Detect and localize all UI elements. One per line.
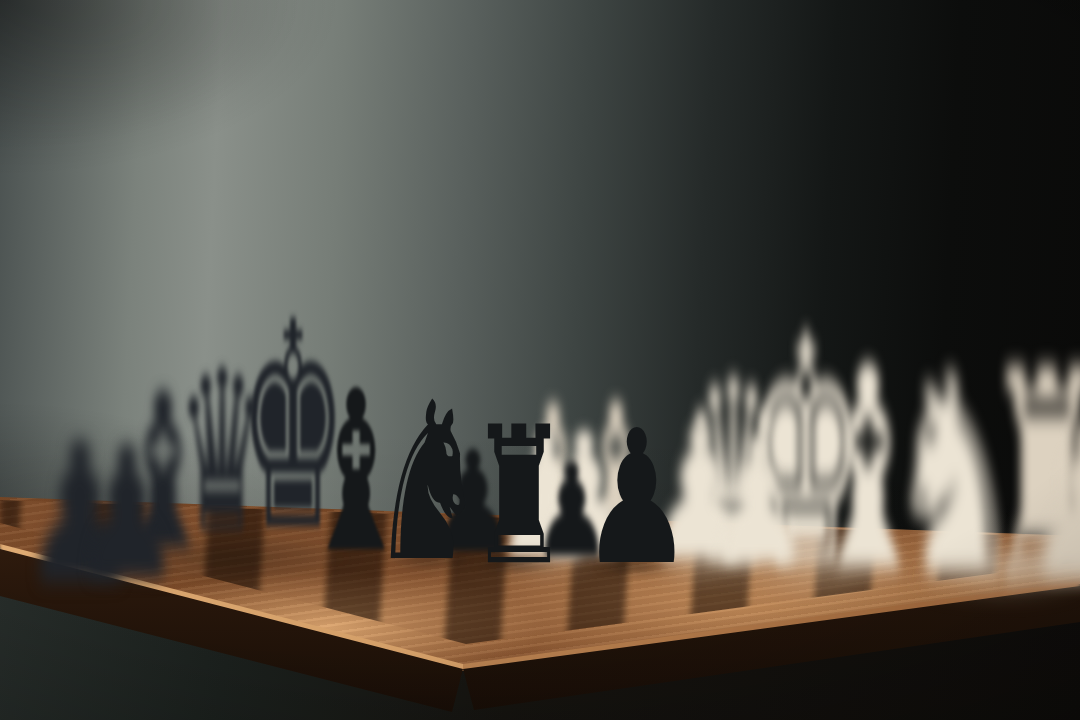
- vignette: [0, 0, 1080, 720]
- chess-photo: ♝ ♝ ♛ ♚ ♝ ♞ ♜ ♟ ♟ ♟ ♟ ♟ ♚ ♛ ♝ ♝ ♟ ♞ ♟ ♜ …: [0, 0, 1080, 720]
